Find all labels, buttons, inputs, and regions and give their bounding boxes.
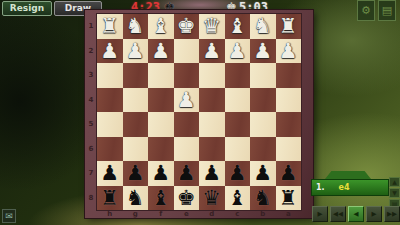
- square-g5[interactable]: [123, 112, 149, 137]
- piece-bP-g7: ♟: [123, 161, 149, 186]
- resign-button[interactable]: Resign: [2, 1, 52, 16]
- square-f4[interactable]: [148, 88, 174, 113]
- piece-bP-a7: ♟: [276, 161, 302, 186]
- piece-bP-e7: ♟: [174, 161, 200, 186]
- square-g2[interactable]: ♟: [123, 39, 149, 64]
- square-h8[interactable]: ♜: [97, 186, 123, 211]
- square-b1[interactable]: ♞: [250, 14, 276, 39]
- piece-wP-g2: ♟: [123, 39, 149, 64]
- rank-label-2: 2: [85, 39, 97, 64]
- piece-wP-e4: ♟: [174, 88, 200, 113]
- square-e6[interactable]: [174, 137, 200, 162]
- piece-bQ-d8: ♛: [199, 186, 225, 211]
- square-c7[interactable]: ♟: [225, 161, 251, 186]
- move-number: 1.: [316, 183, 325, 192]
- step-forward-icon: ▶: [372, 210, 377, 218]
- square-h6[interactable]: [97, 137, 123, 162]
- square-e4[interactable]: ♟: [174, 88, 200, 113]
- square-a4[interactable]: [276, 88, 302, 113]
- square-e7[interactable]: ♟: [174, 161, 200, 186]
- move-list-row[interactable]: 1. e4: [311, 179, 389, 196]
- rank-labels: 12345678: [85, 14, 97, 210]
- square-h1[interactable]: ♜: [97, 14, 123, 39]
- scroll-down-icon: ▼: [392, 189, 397, 196]
- board-grid: ♜♞♝♚♛♝♞♜♟♟♟♟♟♟♟♟♟♟♟♟♟♟♟♟♜♞♝♚♛♝♞♜: [97, 14, 301, 210]
- rank-label-6: 6: [85, 137, 97, 162]
- square-c2[interactable]: ♟: [225, 39, 251, 64]
- menu-button[interactable]: ▤: [378, 0, 396, 21]
- move-panel-tab: [325, 171, 371, 179]
- list-icon: ▤: [382, 4, 392, 17]
- square-d7[interactable]: ♟: [199, 161, 225, 186]
- square-c5[interactable]: [225, 112, 251, 137]
- scroll-down-button[interactable]: ▼: [389, 188, 400, 198]
- square-b7[interactable]: ♟: [250, 161, 276, 186]
- square-d5[interactable]: [199, 112, 225, 137]
- piece-wB-f1: ♝: [148, 14, 174, 39]
- square-d3[interactable]: [199, 63, 225, 88]
- square-f2[interactable]: ♟: [148, 39, 174, 64]
- rewind-to-start-icon: ◀◀: [333, 210, 343, 218]
- step-forward-button[interactable]: ▶: [366, 206, 382, 222]
- piece-wR-a1: ♜: [276, 14, 302, 39]
- square-d2[interactable]: ♟: [199, 39, 225, 64]
- gear-icon: ⚙: [361, 4, 371, 17]
- square-g7[interactable]: ♟: [123, 161, 149, 186]
- move-list-panel: 1. e4: [311, 171, 389, 196]
- square-b3[interactable]: [250, 63, 276, 88]
- square-b8[interactable]: ♞: [250, 186, 276, 211]
- file-labels: hgfedcba: [97, 210, 301, 218]
- square-a5[interactable]: [276, 112, 302, 137]
- scroll-up-icon: ▲: [392, 178, 397, 185]
- piece-wP-b2: ♟: [250, 39, 276, 64]
- square-a2[interactable]: ♟: [276, 39, 302, 64]
- square-d1[interactable]: ♛: [199, 14, 225, 39]
- square-f5[interactable]: [148, 112, 174, 137]
- piece-wP-f2: ♟: [148, 39, 174, 64]
- piece-bN-b8: ♞: [250, 186, 276, 211]
- square-h5[interactable]: [97, 112, 123, 137]
- square-e2[interactable]: [174, 39, 200, 64]
- move-text: e4: [339, 183, 350, 192]
- game-navigation-bar: ▶◀◀◀▶▶▶: [312, 206, 400, 222]
- square-h7[interactable]: ♟: [97, 161, 123, 186]
- rewind-to-start-button[interactable]: ◀◀: [330, 206, 346, 222]
- square-g8[interactable]: ♞: [123, 186, 149, 211]
- file-label-f: f: [148, 210, 174, 218]
- square-f8[interactable]: ♝: [148, 186, 174, 211]
- chat-button[interactable]: ✉: [2, 209, 16, 223]
- scroll-up-button[interactable]: ▲: [389, 177, 400, 187]
- file-label-e: e: [174, 210, 200, 218]
- piece-wP-h2: ♟: [97, 39, 123, 64]
- square-e5[interactable]: [174, 112, 200, 137]
- play-icon: ▶: [318, 210, 323, 218]
- square-f3[interactable]: [148, 63, 174, 88]
- square-d8[interactable]: ♛: [199, 186, 225, 211]
- chess-app-screen: Resign Draw 4:23 ♚ ♚ 5:03 ⚙ ▤ 12345678 ♜…: [0, 0, 400, 225]
- step-back-icon: ◀: [354, 210, 359, 218]
- square-a3[interactable]: [276, 63, 302, 88]
- square-c8[interactable]: ♝: [225, 186, 251, 211]
- piece-bB-c8: ♝: [225, 186, 251, 211]
- piece-wP-c2: ♟: [225, 39, 251, 64]
- piece-bR-a8: ♜: [276, 186, 302, 211]
- piece-bP-d7: ♟: [199, 161, 225, 186]
- square-b5[interactable]: [250, 112, 276, 137]
- rank-label-1: 1: [85, 14, 97, 39]
- piece-bN-g8: ♞: [123, 186, 149, 211]
- step-back-button[interactable]: ◀: [348, 206, 364, 222]
- file-label-b: b: [250, 210, 276, 218]
- square-b2[interactable]: ♟: [250, 39, 276, 64]
- fast-forward-button[interactable]: ▶▶: [384, 206, 400, 222]
- piece-bP-c7: ♟: [225, 161, 251, 186]
- play-button[interactable]: ▶: [312, 206, 328, 222]
- square-e1[interactable]: ♚: [174, 14, 200, 39]
- square-a8[interactable]: ♜: [276, 186, 302, 211]
- piece-wN-g1: ♞: [123, 14, 149, 39]
- square-c6[interactable]: [225, 137, 251, 162]
- square-h3[interactable]: [97, 63, 123, 88]
- piece-bB-f8: ♝: [148, 186, 174, 211]
- square-h2[interactable]: ♟: [97, 39, 123, 64]
- piece-bP-h7: ♟: [97, 161, 123, 186]
- envelope-icon: ✉: [5, 211, 13, 221]
- square-h4[interactable]: [97, 88, 123, 113]
- square-d6[interactable]: [199, 137, 225, 162]
- file-label-c: c: [225, 210, 251, 218]
- file-label-h: h: [97, 210, 123, 218]
- rank-label-3: 3: [85, 63, 97, 88]
- rank-label-8: 8: [85, 186, 97, 211]
- square-f6[interactable]: [148, 137, 174, 162]
- piece-wN-b1: ♞: [250, 14, 276, 39]
- square-e8[interactable]: ♚: [174, 186, 200, 211]
- square-c3[interactable]: [225, 63, 251, 88]
- piece-wP-d2: ♟: [199, 39, 225, 64]
- square-f1[interactable]: ♝: [148, 14, 174, 39]
- square-f7[interactable]: ♟: [148, 161, 174, 186]
- piece-wQ-d1: ♛: [199, 14, 225, 39]
- square-g1[interactable]: ♞: [123, 14, 149, 39]
- square-d4[interactable]: [199, 88, 225, 113]
- square-b4[interactable]: [250, 88, 276, 113]
- piece-bK-e8: ♚: [174, 186, 200, 211]
- square-g6[interactable]: [123, 137, 149, 162]
- piece-bP-f7: ♟: [148, 161, 174, 186]
- chess-board: 12345678 ♜♞♝♚♛♝♞♜♟♟♟♟♟♟♟♟♟♟♟♟♟♟♟♟♜♞♝♚♛♝♞…: [85, 10, 313, 218]
- piece-wB-c1: ♝: [225, 14, 251, 39]
- file-label-a: a: [276, 210, 302, 218]
- square-a7[interactable]: ♟: [276, 161, 302, 186]
- square-e3[interactable]: [174, 63, 200, 88]
- square-b6[interactable]: [250, 137, 276, 162]
- square-g4[interactable]: [123, 88, 149, 113]
- piece-wP-a2: ♟: [276, 39, 302, 64]
- settings-button[interactable]: ⚙: [357, 0, 375, 21]
- piece-wR-h1: ♜: [97, 14, 123, 39]
- square-g3[interactable]: [123, 63, 149, 88]
- piece-bR-h8: ♜: [97, 186, 123, 211]
- rank-label-7: 7: [85, 161, 97, 186]
- square-a1[interactable]: ♜: [276, 14, 302, 39]
- piece-bP-b7: ♟: [250, 161, 276, 186]
- fast-forward-icon: ▶▶: [387, 210, 397, 218]
- square-c4[interactable]: [225, 88, 251, 113]
- rank-label-5: 5: [85, 112, 97, 137]
- square-a6[interactable]: [276, 137, 302, 162]
- file-label-d: d: [199, 210, 225, 218]
- file-label-g: g: [123, 210, 149, 218]
- piece-wK-e1: ♚: [174, 14, 200, 39]
- square-c1[interactable]: ♝: [225, 14, 251, 39]
- rank-label-4: 4: [85, 88, 97, 113]
